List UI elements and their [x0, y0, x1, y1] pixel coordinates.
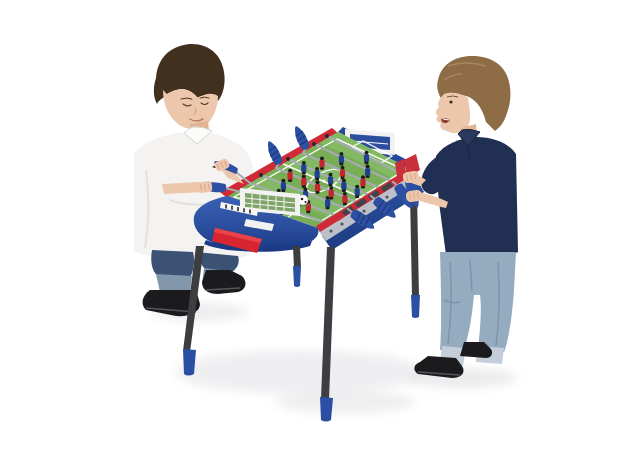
- foosball-figure-red: [342, 192, 347, 205]
- foosball-figure-blue: [315, 167, 320, 180]
- foosball-figure-red: [340, 166, 345, 179]
- foot-far-right: [411, 295, 420, 318]
- table-shadow-2: [275, 390, 415, 414]
- foosball-figure-blue: [355, 185, 360, 198]
- scene: [0, 0, 624, 460]
- foosball-figure-blue: [364, 151, 369, 164]
- boy-right: [402, 56, 518, 378]
- foot-near-left: [183, 349, 196, 376]
- rod-end-cap: [259, 173, 263, 177]
- foosball-figure-red: [360, 175, 365, 188]
- foosball-figure-red: [288, 169, 293, 182]
- foosball-figure-red: [301, 175, 306, 188]
- rod-end-cap: [286, 157, 290, 161]
- foosball-figure-red: [329, 186, 334, 199]
- ball-patch: [301, 198, 304, 201]
- foosball-figure-blue: [339, 152, 344, 165]
- boy-left-jeans-leg: [151, 250, 194, 278]
- table-shadow: [175, 350, 425, 394]
- boy-left-forearm: [162, 182, 204, 194]
- handle-grip-upright: [291, 124, 311, 151]
- boy-right-polo: [436, 137, 518, 258]
- product-photo: [0, 0, 624, 460]
- leg-far-left: [293, 246, 301, 268]
- foosball-figure-blue: [328, 173, 333, 186]
- rod-end-cap: [325, 134, 329, 138]
- foosball-figure-blue: [341, 179, 346, 192]
- foosball-figure-blue: [301, 161, 306, 174]
- foot-near-right: [320, 397, 333, 422]
- foosball-figure-blue: [281, 179, 286, 192]
- foosball-figure-blue: [365, 165, 370, 178]
- rod-end-cap: [312, 142, 316, 146]
- foosball-figure-red: [319, 156, 324, 169]
- foosball-figure-red: [315, 180, 320, 193]
- leg-far-right: [410, 193, 419, 297]
- boy-left-face: [163, 89, 218, 129]
- handle-grip-upright: [264, 139, 284, 166]
- foot-far-left: [293, 266, 301, 287]
- ball-patch: [305, 201, 307, 203]
- center-spot: [323, 180, 326, 183]
- boy-right-eye: [449, 100, 452, 103]
